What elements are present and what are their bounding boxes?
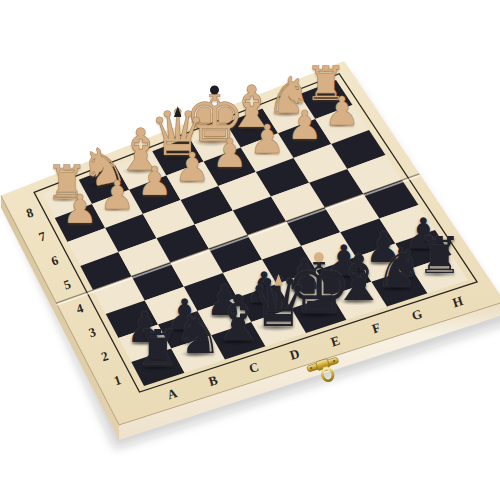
chess-board: ABCDEFGH12345678 — [0, 0, 500, 500]
chess-set-product-photo: ABCDEFGH12345678 ♜♞♝♛♚♝♞♜♟♟♟♟♟♟♟♟♟♟♟♟♟♟♟… — [0, 0, 500, 500]
